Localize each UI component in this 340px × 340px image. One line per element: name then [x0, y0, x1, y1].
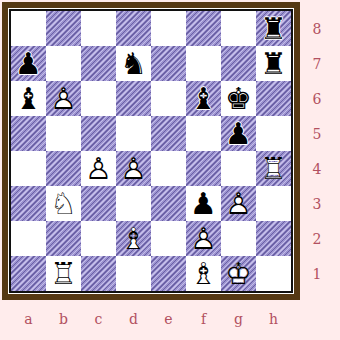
square-g6[interactable]: ♚ — [221, 81, 256, 116]
square-d8[interactable] — [116, 11, 151, 46]
square-f2[interactable]: ♟♙ — [186, 221, 221, 256]
square-b7[interactable] — [46, 46, 81, 81]
file-label-h: h — [256, 302, 291, 336]
piece-white-king-fill: ♚ — [221, 256, 256, 291]
piece-white-pawn: ♙ — [81, 151, 116, 186]
square-d6[interactable] — [116, 81, 151, 116]
square-f1[interactable]: ♝♗ — [186, 256, 221, 291]
square-a2[interactable] — [11, 221, 46, 256]
file-label-b: b — [46, 302, 81, 336]
square-g3[interactable]: ♟♙ — [221, 186, 256, 221]
piece-white-knight: ♘ — [46, 186, 81, 221]
rank-label-4: 4 — [300, 151, 334, 186]
piece-white-pawn-fill: ♟ — [46, 81, 81, 116]
piece-white-bishop: ♗ — [186, 256, 221, 291]
square-b8[interactable] — [46, 11, 81, 46]
square-c2[interactable] — [81, 221, 116, 256]
square-a6[interactable]: ♝ — [11, 81, 46, 116]
square-h2[interactable] — [256, 221, 291, 256]
square-f4[interactable] — [186, 151, 221, 186]
piece-white-pawn-fill: ♟ — [116, 151, 151, 186]
square-a7[interactable]: ♟ — [11, 46, 46, 81]
rank-label-6: 6 — [300, 81, 334, 116]
square-a8[interactable] — [11, 11, 46, 46]
square-f5[interactable] — [186, 116, 221, 151]
square-f8[interactable] — [186, 11, 221, 46]
square-a3[interactable] — [11, 186, 46, 221]
piece-white-rook-fill: ♜ — [256, 151, 291, 186]
piece-white-pawn-fill: ♟ — [221, 186, 256, 221]
square-b1[interactable]: ♜♖ — [46, 256, 81, 291]
file-labels: abcdefgh — [11, 302, 291, 336]
rank-label-3: 3 — [300, 186, 334, 221]
square-e5[interactable] — [151, 116, 186, 151]
square-d3[interactable] — [116, 186, 151, 221]
square-b5[interactable] — [46, 116, 81, 151]
piece-white-rook: ♖ — [46, 256, 81, 291]
piece-white-pawn: ♙ — [116, 151, 151, 186]
piece-black-rook: ♜ — [256, 11, 291, 46]
square-e7[interactable] — [151, 46, 186, 81]
board-frame: ♜♟♞♜♝♟♙♝♚♟♟♙♟♙♜♖♞♘♟♟♙♝♗♟♙♜♖♝♗♚♔ — [2, 2, 300, 300]
file-label-d: d — [116, 302, 151, 336]
square-g1[interactable]: ♚♔ — [221, 256, 256, 291]
file-label-a: a — [11, 302, 46, 336]
square-e2[interactable] — [151, 221, 186, 256]
piece-white-pawn-fill: ♟ — [186, 221, 221, 256]
square-c8[interactable] — [81, 11, 116, 46]
square-a5[interactable] — [11, 116, 46, 151]
piece-black-bishop: ♝ — [11, 81, 46, 116]
file-label-f: f — [186, 302, 221, 336]
piece-white-pawn: ♙ — [186, 221, 221, 256]
square-b4[interactable] — [46, 151, 81, 186]
piece-black-pawn: ♟ — [11, 46, 46, 81]
piece-black-king: ♚ — [221, 81, 256, 116]
piece-black-pawn: ♟ — [221, 116, 256, 151]
square-e3[interactable] — [151, 186, 186, 221]
rank-label-2: 2 — [300, 221, 334, 256]
piece-white-bishop-fill: ♝ — [186, 256, 221, 291]
file-label-c: c — [81, 302, 116, 336]
square-e4[interactable] — [151, 151, 186, 186]
square-b6[interactable]: ♟♙ — [46, 81, 81, 116]
chess-diagram: ♜♟♞♜♝♟♙♝♚♟♟♙♟♙♜♖♞♘♟♟♙♝♗♟♙♜♖♝♗♚♔ 87654321… — [0, 0, 340, 340]
square-g5[interactable]: ♟ — [221, 116, 256, 151]
piece-white-knight-fill: ♞ — [46, 186, 81, 221]
piece-black-bishop: ♝ — [186, 81, 221, 116]
rank-label-5: 5 — [300, 116, 334, 151]
square-a1[interactable] — [11, 256, 46, 291]
square-f3[interactable]: ♟ — [186, 186, 221, 221]
square-b3[interactable]: ♞♘ — [46, 186, 81, 221]
square-a4[interactable] — [11, 151, 46, 186]
piece-black-knight: ♞ — [116, 46, 151, 81]
square-c5[interactable] — [81, 116, 116, 151]
square-g7[interactable] — [221, 46, 256, 81]
square-g8[interactable] — [221, 11, 256, 46]
square-d5[interactable] — [116, 116, 151, 151]
square-g2[interactable] — [221, 221, 256, 256]
rank-label-8: 8 — [300, 11, 334, 46]
square-h8[interactable]: ♜ — [256, 11, 291, 46]
square-c3[interactable] — [81, 186, 116, 221]
square-b2[interactable] — [46, 221, 81, 256]
square-h6[interactable] — [256, 81, 291, 116]
square-e6[interactable] — [151, 81, 186, 116]
square-c4[interactable]: ♟♙ — [81, 151, 116, 186]
piece-white-rook-fill: ♜ — [46, 256, 81, 291]
square-h1[interactable] — [256, 256, 291, 291]
file-label-e: e — [151, 302, 186, 336]
piece-white-king: ♔ — [221, 256, 256, 291]
square-d4[interactable]: ♟♙ — [116, 151, 151, 186]
square-h7[interactable]: ♜ — [256, 46, 291, 81]
square-f7[interactable] — [186, 46, 221, 81]
square-f6[interactable]: ♝ — [186, 81, 221, 116]
file-label-g: g — [221, 302, 256, 336]
board-inner-border: ♜♟♞♜♝♟♙♝♚♟♟♙♟♙♜♖♞♘♟♟♙♝♗♟♙♜♖♝♗♚♔ — [9, 9, 293, 293]
piece-white-rook: ♖ — [256, 151, 291, 186]
square-d1[interactable] — [116, 256, 151, 291]
chess-board: ♜♟♞♜♝♟♙♝♚♟♟♙♟♙♜♖♞♘♟♟♙♝♗♟♙♜♖♝♗♚♔ — [11, 11, 291, 291]
piece-black-pawn: ♟ — [186, 186, 221, 221]
square-c1[interactable] — [81, 256, 116, 291]
square-e8[interactable] — [151, 11, 186, 46]
rank-label-1: 1 — [300, 256, 334, 291]
square-h5[interactable] — [256, 116, 291, 151]
square-d7[interactable]: ♞ — [116, 46, 151, 81]
rank-label-7: 7 — [300, 46, 334, 81]
square-h3[interactable] — [256, 186, 291, 221]
piece-white-bishop-fill: ♝ — [116, 221, 151, 256]
square-g4[interactable] — [221, 151, 256, 186]
piece-white-pawn: ♙ — [221, 186, 256, 221]
piece-white-pawn: ♙ — [46, 81, 81, 116]
piece-black-rook: ♜ — [256, 46, 291, 81]
piece-white-bishop: ♗ — [116, 221, 151, 256]
square-c7[interactable] — [81, 46, 116, 81]
square-e1[interactable] — [151, 256, 186, 291]
rank-labels: 87654321 — [300, 11, 334, 291]
piece-white-pawn-fill: ♟ — [81, 151, 116, 186]
square-c6[interactable] — [81, 81, 116, 116]
square-d2[interactable]: ♝♗ — [116, 221, 151, 256]
square-h4[interactable]: ♜♖ — [256, 151, 291, 186]
